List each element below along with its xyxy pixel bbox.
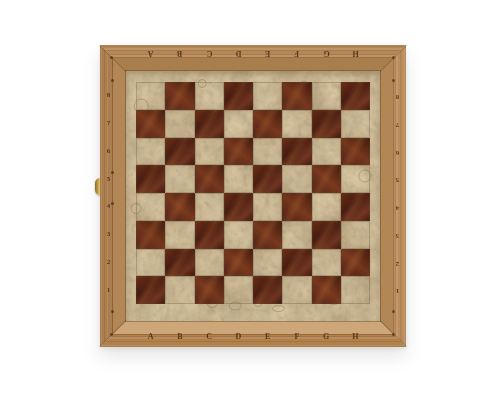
square-e1[interactable] [253,276,282,304]
square-g7[interactable] [312,110,341,138]
coordinate-label: F [282,49,311,57]
square-g3[interactable] [312,221,341,249]
coordinate-label: 3 [392,221,403,249]
square-h5[interactable] [341,165,370,193]
square-d7[interactable] [224,110,253,138]
coordinate-label: 7 [103,110,114,138]
pin-dot [392,310,395,313]
square-d3[interactable] [224,221,253,249]
file-labels-bottom: ABCDEFGH [136,333,370,341]
coordinate-label: 2 [103,249,114,277]
coordinate-label: 6 [103,138,114,166]
square-a1[interactable] [136,276,165,304]
coordinate-label: H [341,333,370,341]
coordinate-label: F [282,333,311,341]
square-c8[interactable] [195,82,224,110]
square-d4[interactable] [224,193,253,221]
coordinate-label: H [341,49,370,57]
rank-labels-left: 87654321 [103,82,114,304]
square-c5[interactable] [195,165,224,193]
coordinate-label: 8 [392,82,403,110]
square-g1[interactable] [312,276,341,304]
coordinate-label: D [224,49,253,57]
square-f5[interactable] [282,165,311,193]
pin-dot [110,56,113,59]
coordinate-label: 4 [392,193,403,221]
square-a2[interactable] [136,249,165,277]
square-h4[interactable] [341,193,370,221]
square-b5[interactable] [165,165,194,193]
pin-dot [392,56,395,59]
square-d1[interactable] [224,276,253,304]
square-f1[interactable] [282,276,311,304]
square-e4[interactable] [253,193,282,221]
coordinate-label: G [312,49,341,57]
coordinate-label: 7 [392,110,403,138]
coordinate-label: G [312,333,341,341]
coordinate-label: 3 [103,221,114,249]
square-d5[interactable] [224,165,253,193]
square-h6[interactable] [341,138,370,166]
chess-board: ABCDEFGH ABCDEFGH 87654321 87654321 [100,45,406,347]
coordinate-label: B [165,49,194,57]
coordinate-label: B [165,333,194,341]
square-b7[interactable] [165,110,194,138]
coordinate-label: E [253,49,282,57]
square-c4[interactable] [195,193,224,221]
square-b2[interactable] [165,249,194,277]
square-g4[interactable] [312,193,341,221]
fossil-stone-field [126,71,380,321]
rank-labels-right: 87654321 [392,82,403,304]
page-background: ABCDEFGH ABCDEFGH 87654321 87654321 [0,0,500,400]
square-c3[interactable] [195,221,224,249]
coordinate-label: D [224,333,253,341]
square-e2[interactable] [253,249,282,277]
coordinate-label: 5 [103,165,114,193]
coordinate-label: A [136,49,165,57]
square-f4[interactable] [282,193,311,221]
square-e5[interactable] [253,165,282,193]
square-c6[interactable] [195,138,224,166]
square-b1[interactable] [165,276,194,304]
square-h3[interactable] [341,221,370,249]
square-h2[interactable] [341,249,370,277]
coordinate-label: 4 [103,193,114,221]
square-g6[interactable] [312,138,341,166]
coordinate-label: 5 [392,165,403,193]
square-a4[interactable] [136,193,165,221]
square-b6[interactable] [165,138,194,166]
square-e7[interactable] [253,110,282,138]
square-e3[interactable] [253,221,282,249]
square-h7[interactable] [341,110,370,138]
checker-grid [136,82,370,304]
coordinate-label: 2 [392,249,403,277]
square-g5[interactable] [312,165,341,193]
coordinate-label: C [195,49,224,57]
square-d6[interactable] [224,138,253,166]
file-labels-top: ABCDEFGH [136,49,370,57]
square-h1[interactable] [341,276,370,304]
square-c2[interactable] [195,249,224,277]
square-d8[interactable] [224,82,253,110]
pin-dot [392,333,395,336]
pin-dot [110,333,113,336]
coordinate-label: 1 [392,276,403,304]
pin-dot [111,310,114,313]
square-a3[interactable] [136,221,165,249]
square-a8[interactable] [136,82,165,110]
square-b8[interactable] [165,82,194,110]
square-d2[interactable] [224,249,253,277]
square-f8[interactable] [282,82,311,110]
square-c7[interactable] [195,110,224,138]
square-f3[interactable] [282,221,311,249]
square-g8[interactable] [312,82,341,110]
square-c1[interactable] [195,276,224,304]
coordinate-label: E [253,333,282,341]
square-b4[interactable] [165,193,194,221]
square-f6[interactable] [282,138,311,166]
coordinate-label: A [136,333,165,341]
coordinate-label: C [195,333,224,341]
square-a5[interactable] [136,165,165,193]
square-e8[interactable] [253,82,282,110]
square-f2[interactable] [282,249,311,277]
square-h8[interactable] [341,82,370,110]
coordinate-label: 1 [103,276,114,304]
coordinate-label: 8 [103,82,114,110]
square-b3[interactable] [165,221,194,249]
square-e6[interactable] [253,138,282,166]
square-f7[interactable] [282,110,311,138]
square-g2[interactable] [312,249,341,277]
coordinate-label: 6 [392,138,403,166]
square-a6[interactable] [136,138,165,166]
square-a7[interactable] [136,110,165,138]
